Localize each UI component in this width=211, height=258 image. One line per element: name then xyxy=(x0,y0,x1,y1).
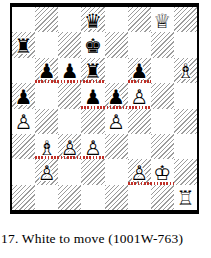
white-pawn: ♙ xyxy=(130,163,148,183)
white-pawn: ♙ xyxy=(38,163,56,183)
square-d8: ♛ xyxy=(81,7,104,32)
square-g3 xyxy=(151,134,174,159)
square-f7 xyxy=(128,32,151,57)
square-e4: ♙ xyxy=(105,109,128,134)
black-pawn: ♟ xyxy=(107,87,125,107)
square-c4 xyxy=(58,109,81,134)
square-b7 xyxy=(35,32,58,57)
black-pawn: ♟ xyxy=(38,61,56,81)
square-d1 xyxy=(81,185,104,210)
square-b4 xyxy=(35,109,58,134)
square-h1: ♖ xyxy=(174,185,197,210)
square-e8 xyxy=(105,7,128,32)
square-f3 xyxy=(128,134,151,159)
square-a4: ♙ xyxy=(12,109,35,134)
square-d7: ♚ xyxy=(81,32,104,57)
black-rook: ♜ xyxy=(15,36,33,56)
white-bishop: ♗ xyxy=(176,61,194,81)
white-pawn: ♙ xyxy=(61,138,79,158)
square-f4 xyxy=(128,109,151,134)
square-h6: ♗ xyxy=(174,58,197,83)
spellcheck-squiggle xyxy=(128,182,174,185)
black-pawn: ♟ xyxy=(15,87,33,107)
square-b5 xyxy=(35,83,58,108)
chess-board: ♛♕♜♚♟♟♜♟♗♟♟♟♙♙♙♗♙♙♙♙♔♖ xyxy=(12,7,197,210)
square-a6 xyxy=(12,58,35,83)
board-frame: ♛♕♜♚♟♟♜♟♗♟♟♟♙♙♙♗♙♙♙♙♔♖ xyxy=(10,3,199,214)
square-c1 xyxy=(58,185,81,210)
square-a2 xyxy=(12,159,35,184)
square-d4 xyxy=(81,109,104,134)
square-b2: ♙ xyxy=(35,159,58,184)
square-e2 xyxy=(105,159,128,184)
spellcheck-squiggle xyxy=(35,156,104,159)
square-a3 xyxy=(12,134,35,159)
black-king: ♚ xyxy=(84,36,102,56)
white-pawn: ♙ xyxy=(107,112,125,132)
black-pawn: ♟ xyxy=(130,61,148,81)
spellcheck-squiggle xyxy=(35,80,104,83)
square-e6 xyxy=(105,58,128,83)
spellcheck-squiggle xyxy=(81,106,150,109)
square-h2 xyxy=(174,159,197,184)
spellcheck-squiggle xyxy=(128,80,151,83)
square-h5 xyxy=(174,83,197,108)
white-pawn: ♙ xyxy=(15,112,33,132)
square-c5 xyxy=(58,83,81,108)
square-a5: ♟ xyxy=(12,83,35,108)
square-g1 xyxy=(151,185,174,210)
square-e1 xyxy=(105,185,128,210)
square-f1 xyxy=(128,185,151,210)
square-g5 xyxy=(151,83,174,108)
square-h3 xyxy=(174,134,197,159)
square-e7 xyxy=(105,32,128,57)
square-h4 xyxy=(174,109,197,134)
square-a7: ♜ xyxy=(12,32,35,57)
square-h7 xyxy=(174,32,197,57)
caption: 17. White to move (1001W-763) xyxy=(1,231,210,247)
white-rook: ♖ xyxy=(176,188,194,208)
square-e3 xyxy=(105,134,128,159)
square-g4 xyxy=(151,109,174,134)
square-h8 xyxy=(174,7,197,32)
square-f8 xyxy=(128,7,151,32)
square-c8 xyxy=(58,7,81,32)
white-pawn: ♙ xyxy=(84,138,102,158)
white-pawn: ♙ xyxy=(130,87,148,107)
black-queen: ♛ xyxy=(84,11,102,31)
square-b1 xyxy=(35,185,58,210)
black-pawn: ♟ xyxy=(61,61,79,81)
white-bishop: ♗ xyxy=(38,138,56,158)
black-rook: ♜ xyxy=(84,61,102,81)
square-d2 xyxy=(81,159,104,184)
square-c7 xyxy=(58,32,81,57)
square-g8: ♕ xyxy=(151,7,174,32)
square-a1 xyxy=(12,185,35,210)
square-b8 xyxy=(35,7,58,32)
square-a8 xyxy=(12,7,35,32)
white-queen: ♕ xyxy=(153,11,171,31)
square-g6 xyxy=(151,58,174,83)
white-king: ♔ xyxy=(153,163,171,183)
square-c2 xyxy=(58,159,81,184)
diagram-page: ♛♕♜♚♟♟♜♟♗♟♟♟♙♙♙♗♙♙♙♙♔♖ 17. White to move… xyxy=(0,0,211,258)
square-g7 xyxy=(151,32,174,57)
black-pawn: ♟ xyxy=(84,87,102,107)
